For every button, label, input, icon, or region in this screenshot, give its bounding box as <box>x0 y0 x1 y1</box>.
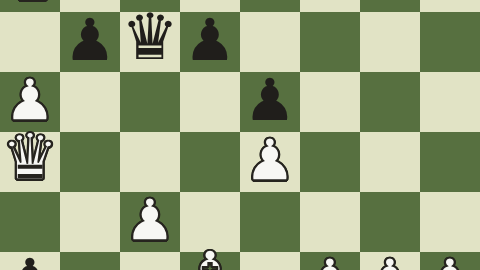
piece-black-pawn-d6[interactable]: ♟ <box>180 12 240 72</box>
piece-black-pawn-e5[interactable]: ♟ <box>240 72 300 132</box>
piece-white-pawn-h2[interactable]: ♟ <box>420 252 480 270</box>
square-d5[interactable] <box>180 72 240 132</box>
square-f4[interactable] <box>300 132 360 192</box>
square-g3[interactable] <box>360 192 420 252</box>
piece-white-pawn-f2[interactable]: ♟ <box>300 252 360 270</box>
chess-app-viewport: ♞♟♟♟♟♟♛♟♟♟♛♟♟♟♝♟♟♟ <box>0 0 480 270</box>
square-b5[interactable] <box>60 72 120 132</box>
piece-white-pawn-e4[interactable]: ♟ <box>240 132 300 192</box>
piece-black-pawn-f7[interactable]: ♟ <box>300 0 360 12</box>
square-c5[interactable] <box>120 72 180 132</box>
square-c2[interactable] <box>120 252 180 270</box>
square-d4[interactable] <box>180 132 240 192</box>
square-b3[interactable] <box>60 192 120 252</box>
piece-black-pawn-g7[interactable]: ♟ <box>360 0 420 12</box>
square-c4[interactable] <box>120 132 180 192</box>
piece-black-queen-c6[interactable]: ♛ <box>120 12 180 72</box>
piece-white-bishop-d2[interactable]: ♝ <box>180 252 240 270</box>
piece-white-queen-a4[interactable]: ♛ <box>0 132 60 192</box>
piece-white-knight-a7[interactable]: ♞ <box>0 0 60 12</box>
square-b4[interactable] <box>60 132 120 192</box>
square-g4[interactable] <box>360 132 420 192</box>
square-h4[interactable] <box>420 132 480 192</box>
chess-board: ♞♟♟♟♟♟♛♟♟♟♛♟♟♟♝♟♟♟ <box>0 0 480 270</box>
square-f5[interactable] <box>300 72 360 132</box>
square-h6[interactable] <box>420 12 480 72</box>
square-a3[interactable] <box>0 192 60 252</box>
piece-black-pawn-b6[interactable]: ♟ <box>60 12 120 72</box>
piece-white-pawn-c3[interactable]: ♟ <box>120 192 180 252</box>
square-f3[interactable] <box>300 192 360 252</box>
square-e7[interactable] <box>240 0 300 12</box>
square-e3[interactable] <box>240 192 300 252</box>
piece-white-pawn-g2[interactable]: ♟ <box>360 252 420 270</box>
piece-black-pawn-a2[interactable]: ♟ <box>0 252 60 270</box>
square-b2[interactable] <box>60 252 120 270</box>
square-a6[interactable] <box>0 12 60 72</box>
square-e6[interactable] <box>240 12 300 72</box>
piece-black-pawn-h7[interactable]: ♟ <box>420 0 480 12</box>
square-e2[interactable] <box>240 252 300 270</box>
square-h5[interactable] <box>420 72 480 132</box>
square-f6[interactable] <box>300 12 360 72</box>
square-g6[interactable] <box>360 12 420 72</box>
square-g5[interactable] <box>360 72 420 132</box>
square-h3[interactable] <box>420 192 480 252</box>
